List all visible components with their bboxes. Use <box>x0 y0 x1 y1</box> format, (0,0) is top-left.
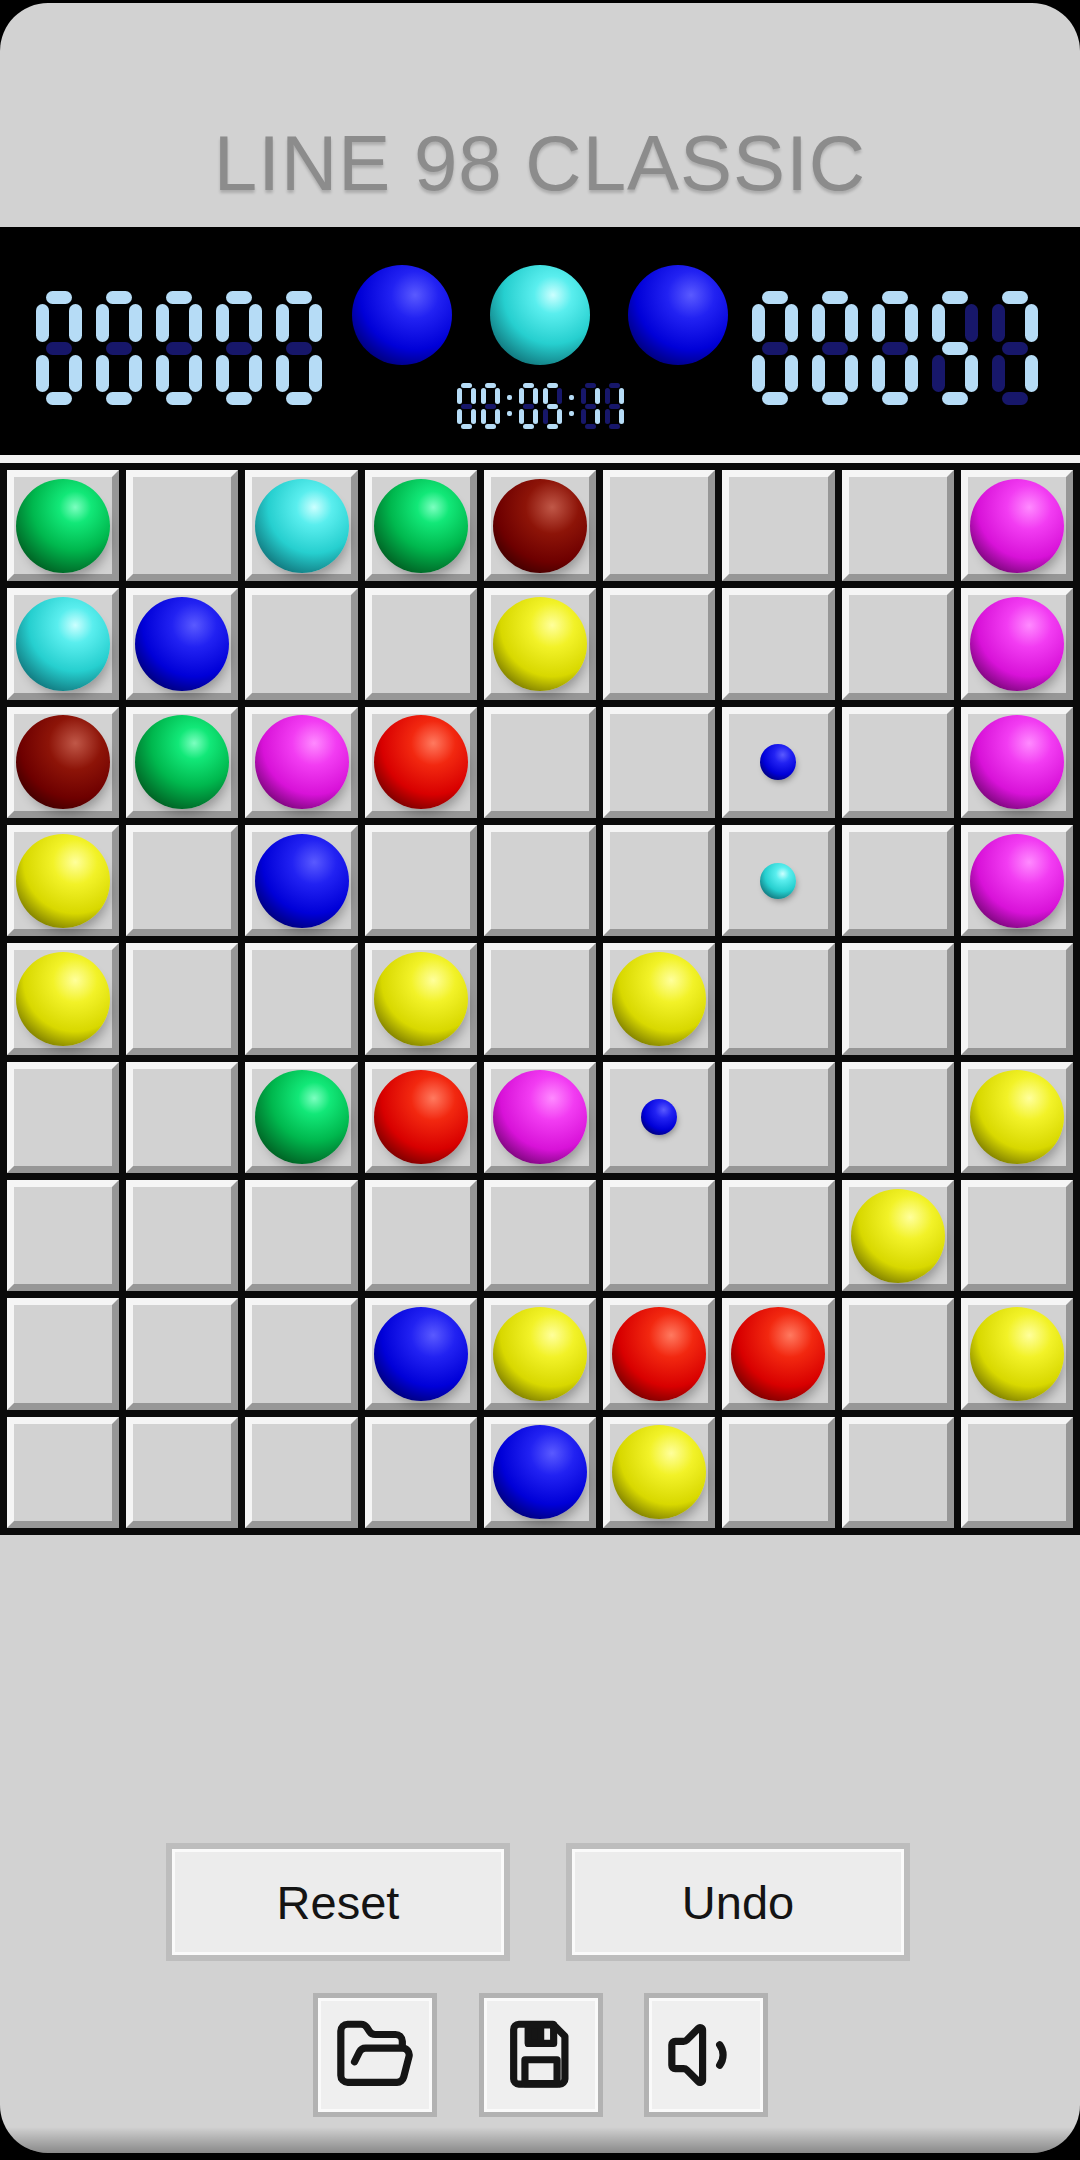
digit-0 <box>481 383 500 429</box>
board-cell[interactable] <box>7 1417 119 1528</box>
board-cell[interactable] <box>365 588 477 699</box>
board-cell[interactable] <box>961 588 1073 699</box>
board-cell[interactable] <box>484 470 596 581</box>
board-cell[interactable] <box>842 1062 954 1173</box>
ball-blue[interactable] <box>493 1425 587 1519</box>
board-cell[interactable] <box>365 1180 477 1291</box>
ball-magenta[interactable] <box>970 715 1064 809</box>
board-cell[interactable] <box>722 470 834 581</box>
ball-magenta[interactable] <box>970 834 1064 928</box>
board-cell[interactable] <box>7 825 119 936</box>
board-cell[interactable] <box>126 588 238 699</box>
speaker-icon <box>665 2014 747 2096</box>
preview-ball-blue <box>352 265 452 365</box>
ball-yellow[interactable] <box>493 597 587 691</box>
board-cell[interactable] <box>484 707 596 818</box>
board-cell[interactable] <box>484 588 596 699</box>
ball-yellow[interactable] <box>16 952 110 1046</box>
board-cell[interactable] <box>484 1298 596 1409</box>
board-cell[interactable] <box>842 1180 954 1291</box>
board-cell[interactable] <box>245 825 357 936</box>
ball-magenta[interactable] <box>255 715 349 809</box>
board-cell[interactable] <box>603 1417 715 1528</box>
board-cell[interactable] <box>126 1298 238 1409</box>
board-cell[interactable] <box>126 1062 238 1173</box>
ball-green[interactable] <box>135 715 229 809</box>
board-cell[interactable] <box>961 943 1073 1054</box>
board-cell[interactable] <box>365 825 477 936</box>
board-cell[interactable] <box>961 1417 1073 1528</box>
board-cell[interactable] <box>7 1062 119 1173</box>
board-cell[interactable] <box>961 1062 1073 1173</box>
ball-magenta[interactable] <box>970 597 1064 691</box>
ball-yellow[interactable] <box>970 1307 1064 1401</box>
board-cell[interactable] <box>245 1298 357 1409</box>
undo-button[interactable]: Undo <box>566 1843 910 1961</box>
board-cell[interactable] <box>722 588 834 699</box>
board-cell[interactable] <box>842 825 954 936</box>
board-cell[interactable] <box>722 707 834 818</box>
ball-red[interactable] <box>731 1307 825 1401</box>
preview-ball-cyan <box>490 265 590 365</box>
ball-red[interactable] <box>374 1070 468 1164</box>
board-cell[interactable] <box>365 943 477 1054</box>
board-cell[interactable] <box>245 588 357 699</box>
board-cell[interactable] <box>603 943 715 1054</box>
board-cell[interactable] <box>245 1417 357 1528</box>
page-title: LINE 98 CLASSIC <box>214 118 866 227</box>
next-ball-small-cyan <box>760 863 796 899</box>
reset-button-label: Reset <box>277 1875 400 1930</box>
board-cell[interactable] <box>126 707 238 818</box>
phone-screen: LINE 98 CLASSIC Reset Undo <box>0 3 1080 2153</box>
board-cell[interactable] <box>7 707 119 818</box>
game-board <box>0 455 1080 1535</box>
board-cell[interactable] <box>603 1062 715 1173</box>
timer-display <box>0 383 1080 429</box>
ball-yellow[interactable] <box>851 1189 945 1283</box>
score-bar <box>0 227 1080 455</box>
board-cell[interactable] <box>7 470 119 581</box>
board-cell[interactable] <box>126 1180 238 1291</box>
reset-button[interactable]: Reset <box>166 1843 510 1961</box>
undo-button-label: Undo <box>682 1875 794 1930</box>
board-cell[interactable] <box>245 470 357 581</box>
board-cell[interactable] <box>7 943 119 1054</box>
board-cell[interactable] <box>365 1298 477 1409</box>
digit-1 <box>605 383 624 429</box>
board-cell[interactable] <box>365 1062 477 1173</box>
board-cell[interactable] <box>126 1417 238 1528</box>
board-cell[interactable] <box>245 1062 357 1173</box>
digit-0 <box>519 383 538 429</box>
ball-yellow[interactable] <box>493 1307 587 1401</box>
colon <box>505 383 514 429</box>
board-cell[interactable] <box>245 943 357 1054</box>
ball-blue[interactable] <box>374 1307 468 1401</box>
board-cell[interactable] <box>961 825 1073 936</box>
digit-1 <box>581 383 600 429</box>
ball-magenta[interactable] <box>493 1070 587 1164</box>
board-cell[interactable] <box>603 1180 715 1291</box>
board-cell[interactable] <box>842 707 954 818</box>
ball-yellow[interactable] <box>16 834 110 928</box>
board-cell[interactable] <box>484 1180 596 1291</box>
board-cell[interactable] <box>126 470 238 581</box>
board-cell[interactable] <box>603 707 715 818</box>
ball-darkred[interactable] <box>16 715 110 809</box>
board-cell[interactable] <box>603 825 715 936</box>
board-cell[interactable] <box>961 1298 1073 1409</box>
ball-yellow[interactable] <box>374 952 468 1046</box>
ball-red[interactable] <box>374 715 468 809</box>
board-cell[interactable] <box>484 1417 596 1528</box>
colon <box>567 383 576 429</box>
ball-magenta[interactable] <box>970 479 1064 573</box>
board-cell[interactable] <box>722 825 834 936</box>
ball-green[interactable] <box>374 479 468 573</box>
board-cell[interactable] <box>7 1298 119 1409</box>
board-cell[interactable] <box>484 1062 596 1173</box>
board-cell[interactable] <box>365 1417 477 1528</box>
board-cell[interactable] <box>961 1180 1073 1291</box>
board-cell[interactable] <box>722 1062 834 1173</box>
board-cell[interactable] <box>126 825 238 936</box>
ball-green[interactable] <box>16 479 110 573</box>
ball-yellow[interactable] <box>612 1425 706 1519</box>
board-cell[interactable] <box>126 943 238 1054</box>
ball-cyan[interactable] <box>16 597 110 691</box>
board-cell[interactable] <box>7 1180 119 1291</box>
board-cell[interactable] <box>245 707 357 818</box>
board-cell[interactable] <box>484 943 596 1054</box>
digit-5 <box>543 383 562 429</box>
board-cell[interactable] <box>603 588 715 699</box>
next-ball-small-blue <box>641 1099 677 1135</box>
board-cell[interactable] <box>603 470 715 581</box>
next-ball-small-blue <box>760 744 796 780</box>
title-bar: LINE 98 CLASSIC <box>0 3 1080 227</box>
board-cell[interactable] <box>842 470 954 581</box>
board-cell[interactable] <box>603 1298 715 1409</box>
board-cell[interactable] <box>7 588 119 699</box>
save-floppy-icon <box>500 2014 582 2096</box>
board-cell[interactable] <box>961 470 1073 581</box>
board-cell[interactable] <box>365 707 477 818</box>
board-cell[interactable] <box>365 470 477 581</box>
open-file-button[interactable] <box>313 1993 437 2117</box>
save-button[interactable] <box>479 1993 603 2117</box>
board-cell[interactable] <box>961 707 1073 818</box>
board-cell[interactable] <box>842 588 954 699</box>
ball-darkred[interactable] <box>493 479 587 573</box>
board-cell[interactable] <box>842 1417 954 1528</box>
board-cell[interactable] <box>245 1180 357 1291</box>
ball-yellow[interactable] <box>612 952 706 1046</box>
folder-open-icon <box>334 2014 416 2096</box>
digit-0 <box>457 383 476 429</box>
ball-red[interactable] <box>612 1307 706 1401</box>
board-cell[interactable] <box>484 825 596 936</box>
footer-controls: Reset Undo <box>0 1535 1080 2153</box>
board-cell[interactable] <box>722 1298 834 1409</box>
board-cell[interactable] <box>722 1180 834 1291</box>
ball-green[interactable] <box>255 1070 349 1164</box>
ball-blue[interactable] <box>255 834 349 928</box>
board-cell[interactable] <box>842 943 954 1054</box>
sound-button[interactable] <box>644 1993 768 2117</box>
ball-blue[interactable] <box>135 597 229 691</box>
board-cell[interactable] <box>722 1417 834 1528</box>
preview-ball-blue <box>628 265 728 365</box>
ball-yellow[interactable] <box>970 1070 1064 1164</box>
board-cell[interactable] <box>842 1298 954 1409</box>
board-cell[interactable] <box>722 943 834 1054</box>
ball-cyan[interactable] <box>255 479 349 573</box>
